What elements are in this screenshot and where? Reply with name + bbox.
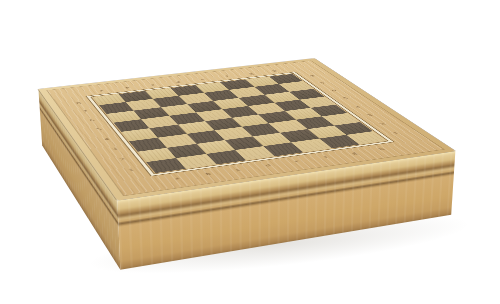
scene: abcdefgh abcdefgh 87654321 87654321 — [0, 0, 500, 304]
chess-box: abcdefgh abcdefgh 87654321 87654321 — [40, 85, 453, 236]
product-photo-stage: abcdefgh abcdefgh 87654321 87654321 — [0, 0, 500, 304]
rank-label-1: 1 — [114, 163, 149, 178]
